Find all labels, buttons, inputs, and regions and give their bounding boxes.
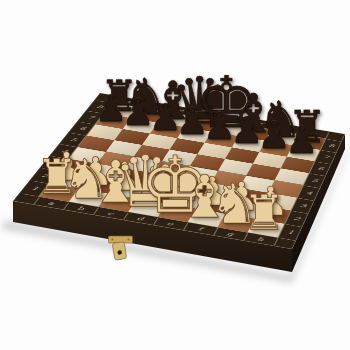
rank-label-8-right: 8 — [328, 143, 335, 148]
frame-tick — [286, 224, 301, 227]
rank-label-3-right: 3 — [299, 203, 307, 208]
rank-label-7-right: 7 — [322, 155, 329, 160]
frame-tick — [71, 133, 85, 136]
rank-label-4-right: 4 — [305, 190, 313, 195]
rank-label-2-right: 2 — [293, 216, 301, 221]
rank-label-5-right: 5 — [311, 178, 319, 183]
rank-label-1-right: 1 — [286, 229, 294, 234]
frame-tick — [310, 173, 324, 176]
rank-label-5-left: 5 — [69, 137, 78, 142]
frame-tick — [316, 162, 330, 165]
rank-label-6-right: 6 — [317, 166, 324, 171]
frame-tick — [292, 211, 307, 214]
piece-white-rook-h1[interactable]: ♜ — [242, 188, 285, 236]
frame-tick — [299, 198, 314, 201]
frame-tick — [80, 122, 94, 125]
rank-label-6-left: 6 — [78, 126, 86, 131]
product-photo: aa88bb77cc66dd55ee44ff33gg22hh11 ♜♞♝♛♚♝♞… — [0, 0, 350, 350]
piece-black-pawn-h7[interactable]: ♟ — [285, 123, 318, 160]
frame-tick — [327, 139, 341, 142]
